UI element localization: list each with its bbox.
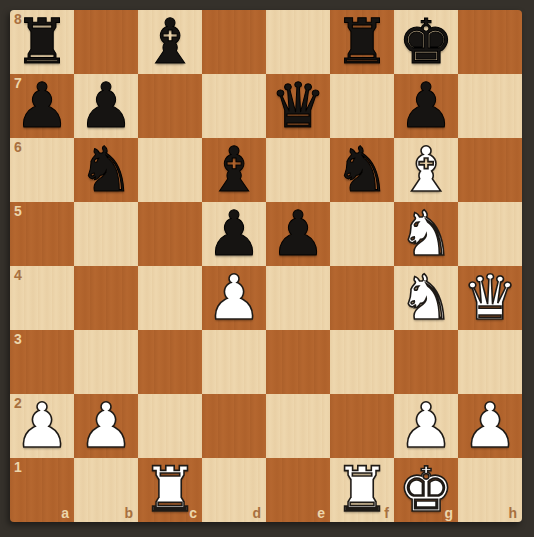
square-h6[interactable] [458, 138, 522, 202]
square-f3[interactable] [330, 330, 394, 394]
square-e6[interactable] [266, 138, 330, 202]
file-label-e: e [317, 506, 325, 520]
square-f4[interactable] [330, 266, 394, 330]
square-b3[interactable] [74, 330, 138, 394]
square-f1[interactable]: f♜ [330, 458, 394, 522]
square-c3[interactable] [138, 330, 202, 394]
square-d2[interactable] [202, 394, 266, 458]
square-a2[interactable]: 2♟ [10, 394, 74, 458]
square-c2[interactable] [138, 394, 202, 458]
square-c4[interactable] [138, 266, 202, 330]
square-c6[interactable] [138, 138, 202, 202]
square-b1[interactable]: b [74, 458, 138, 522]
white-pawn[interactable]: ♟ [462, 394, 518, 458]
square-h1[interactable]: h [458, 458, 522, 522]
file-label-b: b [124, 506, 133, 520]
square-g2[interactable]: ♟ [394, 394, 458, 458]
white-pawn[interactable]: ♟ [206, 266, 262, 330]
white-rook[interactable]: ♜ [142, 458, 198, 522]
black-pawn[interactable]: ♟ [398, 74, 454, 138]
square-a5[interactable]: 5 [10, 202, 74, 266]
rank-label-1: 1 [14, 460, 22, 474]
black-bishop[interactable]: ♝ [142, 10, 198, 74]
square-a3[interactable]: 3 [10, 330, 74, 394]
white-pawn[interactable]: ♟ [398, 394, 454, 458]
square-f7[interactable] [330, 74, 394, 138]
rank-label-6: 6 [14, 140, 22, 154]
square-b2[interactable]: ♟ [74, 394, 138, 458]
file-label-h: h [508, 506, 517, 520]
white-king[interactable]: ♚ [398, 458, 454, 522]
page-background: 8♜♝♜♚7♟♟♛♟6♞♝♞♝5♟♟♞4♟♞♛32♟♟♟♟1abc♜def♜g♚… [0, 0, 534, 537]
white-knight[interactable]: ♞ [398, 202, 454, 266]
file-label-d: d [252, 506, 261, 520]
square-h4[interactable]: ♛ [458, 266, 522, 330]
square-g1[interactable]: g♚ [394, 458, 458, 522]
black-bishop[interactable]: ♝ [206, 138, 262, 202]
square-g7[interactable]: ♟ [394, 74, 458, 138]
square-d8[interactable] [202, 10, 266, 74]
square-d1[interactable]: d [202, 458, 266, 522]
square-d5[interactable]: ♟ [202, 202, 266, 266]
black-pawn[interactable]: ♟ [78, 74, 134, 138]
square-c5[interactable] [138, 202, 202, 266]
square-e7[interactable]: ♛ [266, 74, 330, 138]
black-pawn[interactable]: ♟ [206, 202, 262, 266]
square-b8[interactable] [74, 10, 138, 74]
square-a4[interactable]: 4 [10, 266, 74, 330]
square-f8[interactable]: ♜ [330, 10, 394, 74]
square-a1[interactable]: 1a [10, 458, 74, 522]
black-queen[interactable]: ♛ [270, 74, 326, 138]
black-pawn[interactable]: ♟ [270, 202, 326, 266]
black-rook[interactable]: ♜ [14, 10, 70, 74]
square-e3[interactable] [266, 330, 330, 394]
white-queen[interactable]: ♛ [462, 266, 518, 330]
square-f6[interactable]: ♞ [330, 138, 394, 202]
square-b4[interactable] [74, 266, 138, 330]
square-d7[interactable] [202, 74, 266, 138]
square-f5[interactable] [330, 202, 394, 266]
square-e8[interactable] [266, 10, 330, 74]
white-knight[interactable]: ♞ [398, 266, 454, 330]
black-knight[interactable]: ♞ [334, 138, 390, 202]
square-a7[interactable]: 7♟ [10, 74, 74, 138]
square-e5[interactable]: ♟ [266, 202, 330, 266]
square-e1[interactable]: e [266, 458, 330, 522]
square-a8[interactable]: 8♜ [10, 10, 74, 74]
square-c8[interactable]: ♝ [138, 10, 202, 74]
square-d4[interactable]: ♟ [202, 266, 266, 330]
square-b5[interactable] [74, 202, 138, 266]
white-pawn[interactable]: ♟ [14, 394, 70, 458]
square-b7[interactable]: ♟ [74, 74, 138, 138]
square-g5[interactable]: ♞ [394, 202, 458, 266]
white-bishop[interactable]: ♝ [398, 138, 454, 202]
black-knight[interactable]: ♞ [78, 138, 134, 202]
rank-label-5: 5 [14, 204, 22, 218]
square-d3[interactable] [202, 330, 266, 394]
white-rook[interactable]: ♜ [334, 458, 390, 522]
square-h3[interactable] [458, 330, 522, 394]
square-f2[interactable] [330, 394, 394, 458]
square-b6[interactable]: ♞ [74, 138, 138, 202]
file-label-a: a [61, 506, 69, 520]
chess-board: 8♜♝♜♚7♟♟♛♟6♞♝♞♝5♟♟♞4♟♞♛32♟♟♟♟1abc♜def♜g♚… [10, 10, 522, 522]
square-g3[interactable] [394, 330, 458, 394]
square-c7[interactable] [138, 74, 202, 138]
black-rook[interactable]: ♜ [334, 10, 390, 74]
square-e4[interactable] [266, 266, 330, 330]
square-c1[interactable]: c♜ [138, 458, 202, 522]
square-g4[interactable]: ♞ [394, 266, 458, 330]
white-pawn[interactable]: ♟ [78, 394, 134, 458]
square-a6[interactable]: 6 [10, 138, 74, 202]
square-e2[interactable] [266, 394, 330, 458]
square-h5[interactable] [458, 202, 522, 266]
black-pawn[interactable]: ♟ [14, 74, 70, 138]
square-h2[interactable]: ♟ [458, 394, 522, 458]
square-d6[interactable]: ♝ [202, 138, 266, 202]
square-g8[interactable]: ♚ [394, 10, 458, 74]
square-h8[interactable] [458, 10, 522, 74]
rank-label-4: 4 [14, 268, 22, 282]
square-g6[interactable]: ♝ [394, 138, 458, 202]
rank-label-3: 3 [14, 332, 22, 346]
black-king[interactable]: ♚ [398, 10, 454, 74]
square-h7[interactable] [458, 74, 522, 138]
